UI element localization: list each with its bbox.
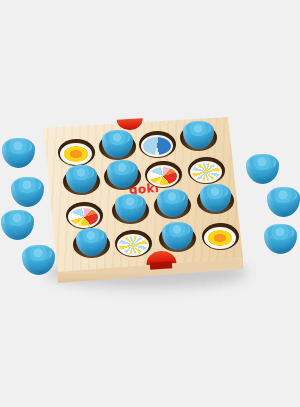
blue-cap-piece[interactable]: [162, 222, 193, 250]
blue-cap-piece[interactable]: [1, 210, 34, 240]
pattern-disc-pinwheel[interactable]: [117, 234, 149, 256]
cap-top: [202, 185, 227, 199]
pattern-disc-blue-pie[interactable]: [141, 135, 173, 157]
cap-top: [159, 190, 184, 204]
blue-cap-piece[interactable]: [246, 154, 279, 184]
cap-top: [78, 229, 103, 243]
blue-cap-piece[interactable]: [2, 138, 35, 168]
blue-cap-piece[interactable]: [11, 177, 44, 207]
blue-cap-piece[interactable]: [115, 194, 146, 222]
blue-cap-piece[interactable]: [102, 130, 133, 158]
photo-stage: goki: [0, 0, 300, 407]
blue-cap-piece[interactable]: [264, 224, 297, 254]
cap-top: [185, 122, 210, 136]
blue-cap-piece[interactable]: [200, 184, 231, 212]
blue-cap-piece[interactable]: [157, 189, 188, 217]
cap-top: [248, 155, 275, 170]
blue-cap-piece[interactable]: [66, 165, 97, 193]
pattern-disc-color-pie[interactable]: [68, 206, 100, 228]
cap-top: [68, 166, 93, 180]
pattern-disc-sun[interactable]: [60, 143, 92, 165]
blue-cap-piece[interactable]: [107, 160, 138, 188]
cap-top: [13, 178, 40, 193]
blue-cap-piece[interactable]: [267, 187, 300, 217]
cap-top: [269, 188, 296, 203]
cap-top: [3, 211, 30, 226]
pattern-disc-sun[interactable]: [204, 227, 236, 249]
pieces-layer: [0, 0, 300, 407]
pattern-disc-pinwheel[interactable]: [190, 161, 222, 183]
cap-top: [4, 139, 31, 154]
cap-top: [109, 161, 134, 175]
pattern-disc-color-pie[interactable]: [147, 165, 179, 187]
blue-cap-piece[interactable]: [22, 245, 55, 275]
blue-cap-piece[interactable]: [76, 228, 107, 256]
cap-top: [104, 131, 129, 145]
cap-top: [164, 223, 189, 237]
cap-top: [117, 195, 142, 209]
cap-top: [266, 225, 293, 240]
blue-cap-piece[interactable]: [183, 121, 214, 149]
cap-top: [24, 246, 51, 261]
